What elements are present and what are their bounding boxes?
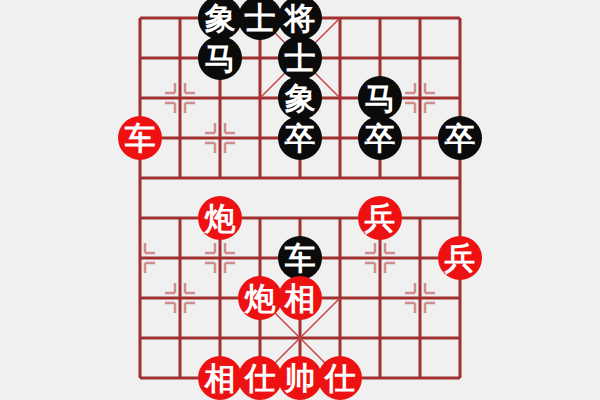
- piece-red-advisor-2[interactable]: 仕: [318, 356, 362, 400]
- pieces-layer: 象士将马士象马卒卒卒车车炮兵兵炮相相仕帅仕: [0, 0, 600, 400]
- piece-black-soldier-3[interactable]: 卒: [438, 116, 482, 160]
- piece-red-elephant-2[interactable]: 相: [198, 356, 242, 400]
- piece-red-cannon-2[interactable]: 炮: [238, 276, 282, 320]
- piece-red-cannon-1[interactable]: 炮: [198, 196, 242, 240]
- piece-black-horse-1[interactable]: 马: [198, 36, 242, 80]
- piece-black-horse-2[interactable]: 马: [358, 76, 402, 120]
- xiangqi-board: 象士将马士象马卒卒卒车车炮兵兵炮相相仕帅仕: [0, 0, 600, 400]
- piece-black-elephant-1[interactable]: 象: [198, 0, 242, 40]
- piece-black-advisor-2[interactable]: 士: [278, 36, 322, 80]
- piece-black-general[interactable]: 将: [278, 0, 322, 40]
- piece-red-general[interactable]: 帅: [278, 356, 322, 400]
- piece-red-advisor-1[interactable]: 仕: [238, 356, 282, 400]
- piece-red-soldier-2[interactable]: 兵: [438, 236, 482, 280]
- piece-red-elephant-1[interactable]: 相: [278, 276, 322, 320]
- piece-black-elephant-2[interactable]: 象: [278, 76, 322, 120]
- piece-red-chariot[interactable]: 车: [118, 116, 162, 160]
- piece-black-advisor-1[interactable]: 士: [238, 0, 282, 40]
- piece-black-chariot[interactable]: 车: [278, 236, 322, 280]
- piece-black-soldier-1[interactable]: 卒: [278, 116, 322, 160]
- piece-red-soldier-1[interactable]: 兵: [358, 196, 402, 240]
- piece-black-soldier-2[interactable]: 卒: [358, 116, 402, 160]
